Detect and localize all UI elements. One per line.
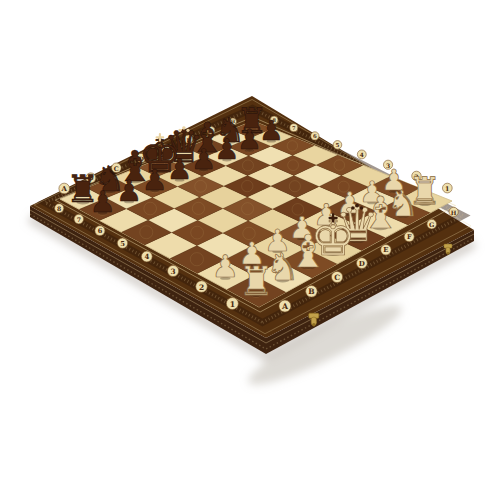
label-file-c-near: C xyxy=(331,271,342,282)
svg-text:G: G xyxy=(429,221,434,228)
piece-dark-pawn-h7: ♟ xyxy=(259,114,284,146)
svg-text:♟: ♟ xyxy=(237,123,262,156)
label-rank-5-right: 5 xyxy=(333,141,342,150)
label-rank-7-right: 7 xyxy=(290,124,298,132)
label-rank-1-right: 1 xyxy=(442,183,452,193)
svg-text:H: H xyxy=(451,209,457,216)
svg-text:♟: ♟ xyxy=(259,114,284,146)
svg-text:1: 1 xyxy=(230,300,235,309)
label-rank-2-left: 2 xyxy=(196,281,208,293)
chess-set-photo: 12345678ABCDEFGH12345678ABCDEFGH♜♟♞♟♝♟♛♟… xyxy=(0,0,500,500)
svg-text:♜: ♜ xyxy=(238,258,274,304)
svg-text:♟: ♟ xyxy=(167,152,193,186)
queen-crown-tip xyxy=(360,206,363,209)
svg-text:7: 7 xyxy=(292,125,296,131)
svg-text:♟: ♟ xyxy=(116,174,142,208)
svg-text:5: 5 xyxy=(120,240,125,248)
svg-text:E: E xyxy=(383,246,388,254)
piece-white-pawn-a2: ♟ xyxy=(212,249,240,284)
svg-text:F: F xyxy=(407,233,412,241)
label-rank-5-left: 5 xyxy=(117,238,127,248)
label-file-b-near: B xyxy=(306,286,318,298)
label-rank-1-left: 1 xyxy=(226,298,238,310)
svg-text:3: 3 xyxy=(171,267,176,276)
label-rank-3-left: 3 xyxy=(167,265,178,276)
svg-text:A: A xyxy=(281,302,289,311)
svg-text:8: 8 xyxy=(57,205,61,212)
label-rank-6-left: 6 xyxy=(95,226,105,236)
svg-text:C: C xyxy=(334,273,340,282)
label-rank-4-right: 4 xyxy=(357,150,366,159)
label-file-d-near: D xyxy=(356,258,367,269)
piece-dark-pawn-f7: ♟ xyxy=(214,133,239,166)
piece-dark-pawn-d7: ♟ xyxy=(167,152,193,186)
label-rank-6-right: 6 xyxy=(311,132,319,140)
svg-text:6: 6 xyxy=(98,227,103,235)
label-rank-4-left: 4 xyxy=(141,251,152,262)
svg-text:♟: ♟ xyxy=(89,185,115,219)
svg-text:4: 4 xyxy=(144,252,149,261)
svg-text:2: 2 xyxy=(199,283,204,292)
piece-dark-pawn-b7: ♟ xyxy=(116,174,142,208)
queen-crown-tip xyxy=(186,129,189,132)
svg-text:D: D xyxy=(359,259,365,268)
svg-text:♟: ♟ xyxy=(214,133,239,166)
label-rank-7-left: 7 xyxy=(74,214,84,224)
label-file-g-near: G xyxy=(427,219,437,229)
svg-text:♟: ♟ xyxy=(212,249,240,284)
label-file-f-near: F xyxy=(404,232,414,242)
piece-white-rook-a1: ♜ xyxy=(238,258,274,304)
queen-crown-tip xyxy=(182,126,186,130)
label-file-h-near: H xyxy=(449,207,458,216)
label-rank-8-left: 8 xyxy=(55,204,64,213)
piece-dark-pawn-e7: ♟ xyxy=(191,143,216,176)
svg-text:7: 7 xyxy=(77,216,81,223)
svg-text:♟: ♟ xyxy=(142,163,168,197)
svg-text:6: 6 xyxy=(313,133,317,139)
svg-text:♟: ♟ xyxy=(191,143,216,176)
svg-text:4: 4 xyxy=(360,152,364,158)
svg-text:1: 1 xyxy=(445,185,449,192)
piece-dark-pawn-c7: ♟ xyxy=(142,163,168,197)
label-file-e-near: E xyxy=(381,245,391,255)
chess-board-svg: 12345678ABCDEFGH12345678ABCDEFGH♜♟♞♟♝♟♛♟… xyxy=(0,0,500,500)
piece-dark-pawn-a7: ♟ xyxy=(89,185,115,219)
label-file-a-near: A xyxy=(279,300,291,312)
piece-dark-pawn-g7: ♟ xyxy=(237,123,262,156)
svg-text:B: B xyxy=(308,287,314,296)
svg-text:5: 5 xyxy=(336,142,340,148)
